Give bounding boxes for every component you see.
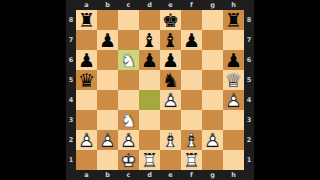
square-a5[interactable]: ♛ <box>76 70 97 90</box>
coord-label-8-left: 8 <box>66 10 76 30</box>
square-e5[interactable]: ♞ <box>160 70 181 90</box>
piece-black-pawn: ♟ <box>223 50 244 70</box>
coord-label-6-left: 6 <box>66 50 76 70</box>
coord-label-f-top: f <box>181 0 202 10</box>
file-labels-bottom: abcdefgh <box>76 170 244 180</box>
piece-black-pawn: ♟ <box>160 50 181 70</box>
piece-white-rook: ♜♖ <box>181 150 202 170</box>
square-h2[interactable] <box>223 130 244 150</box>
square-a3[interactable] <box>76 110 97 130</box>
coord-label-b-top: b <box>97 0 118 10</box>
square-a6[interactable]: ♟ <box>76 50 97 70</box>
square-a8[interactable]: ♜ <box>76 10 97 30</box>
square-g5[interactable] <box>202 70 223 90</box>
square-e6[interactable]: ♟ <box>160 50 181 70</box>
coord-label-a-bottom: a <box>76 170 97 180</box>
square-c7[interactable] <box>118 30 139 50</box>
square-b1[interactable] <box>97 150 118 170</box>
square-e8[interactable]: ♚ <box>160 10 181 30</box>
square-b5[interactable] <box>97 70 118 90</box>
video-frame: abcdefgh abcdefgh 87654321 87654321 ♜♚♜♟… <box>0 0 320 180</box>
piece-black-knight: ♞ <box>160 70 181 90</box>
square-h3[interactable] <box>223 110 244 130</box>
square-c6[interactable]: ♞♘ <box>118 50 139 70</box>
square-e4[interactable]: ♟♙ <box>160 90 181 110</box>
square-f7[interactable]: ♟ <box>181 30 202 50</box>
square-g4[interactable] <box>202 90 223 110</box>
square-h7[interactable] <box>223 30 244 50</box>
coord-label-b-bottom: b <box>97 170 118 180</box>
coord-label-2-right: 2 <box>244 130 254 150</box>
square-h4[interactable]: ♟♙ <box>223 90 244 110</box>
square-d1[interactable]: ♜♖ <box>139 150 160 170</box>
piece-black-pawn: ♟ <box>139 50 160 70</box>
coord-label-3-right: 3 <box>244 110 254 130</box>
square-g3[interactable] <box>202 110 223 130</box>
chess-board: abcdefgh abcdefgh 87654321 87654321 ♜♚♜♟… <box>66 0 254 180</box>
piece-black-queen: ♛ <box>76 70 97 90</box>
square-d5[interactable] <box>139 70 160 90</box>
square-f8[interactable] <box>181 10 202 30</box>
coord-label-c-top: c <box>118 0 139 10</box>
coord-label-h-bottom: h <box>223 170 244 180</box>
square-c8[interactable] <box>118 10 139 30</box>
coord-label-3-left: 3 <box>66 110 76 130</box>
coord-label-c-bottom: c <box>118 170 139 180</box>
coord-label-7-left: 7 <box>66 30 76 50</box>
square-a1[interactable] <box>76 150 97 170</box>
rank-labels-left: 87654321 <box>66 10 76 170</box>
square-h8[interactable]: ♜ <box>223 10 244 30</box>
rank-labels-right: 87654321 <box>244 10 254 170</box>
square-b6[interactable] <box>97 50 118 70</box>
square-a4[interactable] <box>76 90 97 110</box>
square-d2[interactable] <box>139 130 160 150</box>
square-b7[interactable]: ♟ <box>97 30 118 50</box>
square-d3[interactable] <box>139 110 160 130</box>
square-e1[interactable] <box>160 150 181 170</box>
square-g7[interactable] <box>202 30 223 50</box>
coord-label-g-bottom: g <box>202 170 223 180</box>
square-g2[interactable]: ♟♙ <box>202 130 223 150</box>
piece-white-bishop: ♝♗ <box>160 130 181 150</box>
square-f2[interactable]: ♝♗ <box>181 130 202 150</box>
square-e3[interactable] <box>160 110 181 130</box>
coord-label-8-right: 8 <box>244 10 254 30</box>
piece-white-rook: ♜♖ <box>139 150 160 170</box>
coord-label-5-right: 5 <box>244 70 254 90</box>
coord-label-1-right: 1 <box>244 150 254 170</box>
square-g6[interactable] <box>202 50 223 70</box>
square-d8[interactable] <box>139 10 160 30</box>
board-squares: ♜♚♜♟♝♝♟♟♞♘♟♟♟♛♞♛♕♟♙♟♙♞♘♟♙♟♙♟♙♝♗♝♗♟♙♚♔♜♖♜… <box>76 10 244 170</box>
square-c1[interactable]: ♚♔ <box>118 150 139 170</box>
piece-white-queen: ♛♕ <box>223 70 244 90</box>
square-g1[interactable] <box>202 150 223 170</box>
piece-white-knight: ♞♘ <box>118 50 139 70</box>
square-f1[interactable]: ♜♖ <box>181 150 202 170</box>
square-d7[interactable]: ♝ <box>139 30 160 50</box>
square-b2[interactable]: ♟♙ <box>97 130 118 150</box>
square-b3[interactable] <box>97 110 118 130</box>
piece-white-pawn: ♟♙ <box>118 130 139 150</box>
square-c2[interactable]: ♟♙ <box>118 130 139 150</box>
square-d4[interactable] <box>139 90 160 110</box>
square-a2[interactable]: ♟♙ <box>76 130 97 150</box>
piece-black-pawn: ♟ <box>76 50 97 70</box>
piece-white-pawn: ♟♙ <box>223 90 244 110</box>
piece-white-pawn: ♟♙ <box>76 130 97 150</box>
square-f3[interactable] <box>181 110 202 130</box>
square-f5[interactable] <box>181 70 202 90</box>
square-c3[interactable]: ♞♘ <box>118 110 139 130</box>
coord-label-2-left: 2 <box>66 130 76 150</box>
piece-white-pawn: ♟♙ <box>97 130 118 150</box>
square-d6[interactable]: ♟ <box>139 50 160 70</box>
square-e2[interactable]: ♝♗ <box>160 130 181 150</box>
square-h5[interactable]: ♛♕ <box>223 70 244 90</box>
coord-label-f-bottom: f <box>181 170 202 180</box>
square-h1[interactable] <box>223 150 244 170</box>
square-e7[interactable]: ♝ <box>160 30 181 50</box>
coord-label-4-left: 4 <box>66 90 76 110</box>
square-f4[interactable] <box>181 90 202 110</box>
coord-label-7-right: 7 <box>244 30 254 50</box>
coord-label-4-right: 4 <box>244 90 254 110</box>
piece-black-bishop: ♝ <box>139 30 160 50</box>
square-g8[interactable] <box>202 10 223 30</box>
piece-black-pawn: ♟ <box>181 30 202 50</box>
piece-white-pawn: ♟♙ <box>160 90 181 110</box>
coord-label-e-bottom: e <box>160 170 181 180</box>
coord-label-d-top: d <box>139 0 160 10</box>
piece-white-king: ♚♔ <box>118 150 139 170</box>
coord-label-1-left: 1 <box>66 150 76 170</box>
coord-label-5-left: 5 <box>66 70 76 90</box>
piece-white-pawn: ♟♙ <box>202 130 223 150</box>
square-h6[interactable]: ♟ <box>223 50 244 70</box>
piece-black-rook: ♜ <box>76 10 97 30</box>
piece-black-pawn: ♟ <box>97 30 118 50</box>
piece-black-king: ♚ <box>160 10 181 30</box>
square-f6[interactable] <box>181 50 202 70</box>
square-a7[interactable] <box>76 30 97 50</box>
coord-label-g-top: g <box>202 0 223 10</box>
piece-black-bishop: ♝ <box>160 30 181 50</box>
file-labels-top: abcdefgh <box>76 0 244 10</box>
square-b8[interactable] <box>97 10 118 30</box>
square-c5[interactable] <box>118 70 139 90</box>
coord-label-d-bottom: d <box>139 170 160 180</box>
piece-white-bishop: ♝♗ <box>181 130 202 150</box>
square-c4[interactable] <box>118 90 139 110</box>
piece-white-knight: ♞♘ <box>118 110 139 130</box>
coord-label-6-right: 6 <box>244 50 254 70</box>
piece-black-rook: ♜ <box>223 10 244 30</box>
square-b4[interactable] <box>97 90 118 110</box>
